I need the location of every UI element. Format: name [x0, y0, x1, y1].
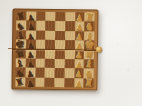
square-f7: ♟ [26, 30, 36, 40]
square-b2: ♟ [74, 69, 84, 79]
square-c2: ♟ [74, 59, 84, 69]
chess-board: ♜♟♟♜♞♟♟♞♝♟♟♝♚♟♟♚♛♟♟♛♝♟♟♝♞♟♟♞♜♟♟♜ [11, 8, 98, 90]
square-h5 [46, 12, 56, 22]
square-g7: ♟ [26, 21, 36, 31]
square-f3 [65, 31, 75, 41]
square-f1: ♝ [84, 31, 94, 41]
square-a2: ♟ [74, 78, 84, 88]
square-a7: ♟ [25, 77, 35, 87]
tabletop-photo: ♜♟♟♜♞♟♟♞♝♟♟♝♚♟♟♚♛♟♟♛♝♟♟♝♞♟♟♞♜♟♟♜ [0, 0, 142, 106]
brass-latch [96, 47, 102, 53]
square-d2: ♟ [74, 50, 84, 60]
square-g2: ♟ [75, 22, 85, 32]
piece-white-pawn: ♟ [75, 80, 83, 89]
piece-black-pawn: ♟ [25, 79, 34, 89]
square-g3 [65, 22, 75, 32]
square-h8: ♜ [16, 11, 26, 21]
square-b4 [55, 68, 65, 78]
square-h2: ♟ [75, 12, 85, 22]
square-b8: ♞ [16, 68, 26, 78]
square-f6 [36, 30, 46, 40]
square-c5 [45, 59, 55, 69]
square-b1: ♞ [84, 69, 94, 79]
square-g1: ♞ [85, 22, 95, 32]
square-h3 [65, 12, 75, 22]
square-a4 [54, 78, 64, 88]
square-b3 [64, 68, 74, 78]
square-d8: ♛ [16, 49, 26, 59]
square-h1: ♜ [85, 12, 95, 22]
square-f8: ♝ [16, 30, 26, 40]
square-g8: ♞ [16, 21, 26, 31]
square-a1: ♜ [84, 78, 94, 88]
square-d3 [65, 50, 75, 60]
square-g6 [36, 21, 46, 31]
square-c4 [55, 59, 65, 69]
square-d6 [35, 49, 45, 59]
square-b6 [35, 68, 45, 78]
piece-white-rook: ♜ [84, 78, 94, 89]
square-a3 [64, 78, 74, 88]
square-b5 [45, 68, 55, 78]
square-a6 [35, 77, 45, 87]
square-d5 [45, 49, 55, 59]
square-h6 [36, 12, 46, 22]
square-c3 [64, 59, 74, 69]
square-c8: ♝ [16, 58, 26, 68]
square-a8: ♜ [15, 77, 25, 87]
square-f5 [45, 31, 55, 41]
square-g4 [55, 21, 65, 31]
square-d7: ♟ [26, 49, 36, 59]
square-c7: ♟ [25, 58, 35, 68]
square-f2: ♟ [75, 31, 85, 41]
square-f4 [55, 31, 65, 41]
square-c6 [35, 59, 45, 69]
piece-black-rook: ♜ [14, 77, 25, 89]
square-b7: ♟ [25, 68, 35, 78]
square-g5 [46, 21, 56, 31]
square-h4 [55, 12, 65, 22]
square-d4 [55, 50, 65, 60]
square-c1: ♝ [84, 59, 94, 69]
square-h7: ♟ [26, 12, 36, 22]
square-a5 [45, 77, 55, 87]
square-d1: ♛ [84, 50, 94, 60]
